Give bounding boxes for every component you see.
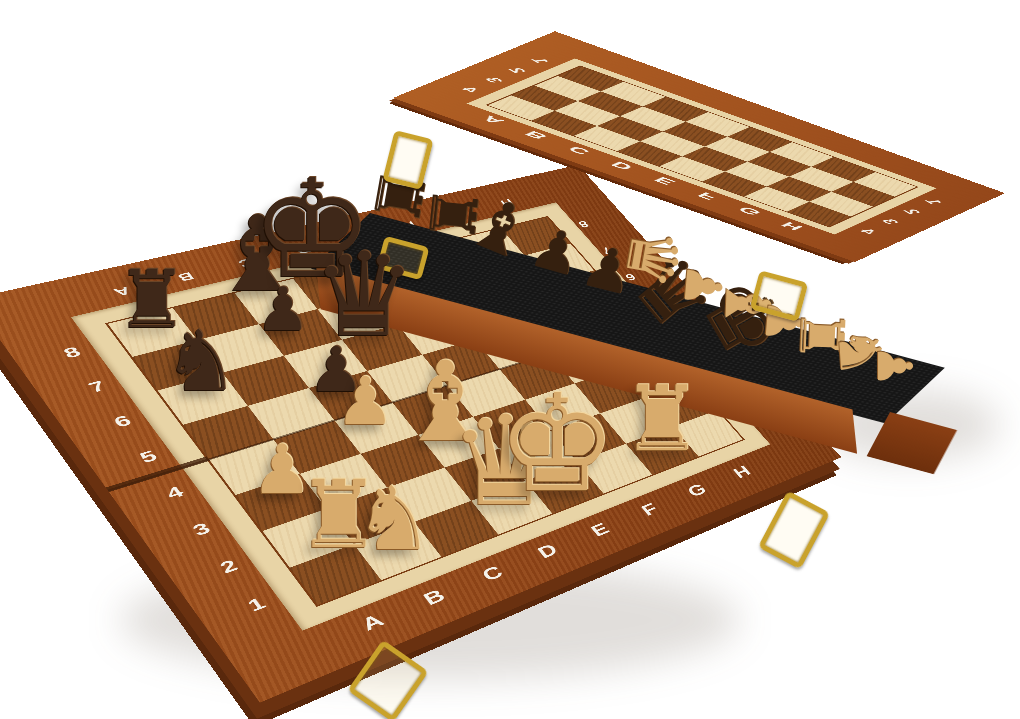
piece-black-pawn-c7: ♟ <box>256 279 310 339</box>
board-right-buckle <box>758 490 830 569</box>
piece-white-king-e1: ♚ <box>497 377 617 511</box>
piece-black-knight-a6: ♞ <box>163 319 238 403</box>
piece-white-pawn-c4: ♟ <box>335 369 394 435</box>
piece-white-knight-b1: ♞ <box>355 475 434 563</box>
product-photo-chess-set: { "game": "chess", "scene": "wooden fold… <box>0 0 1020 719</box>
tray-piece-white-pawn: ♟ <box>871 344 919 387</box>
piece-white-rook-g1: ♜ <box>622 374 703 464</box>
